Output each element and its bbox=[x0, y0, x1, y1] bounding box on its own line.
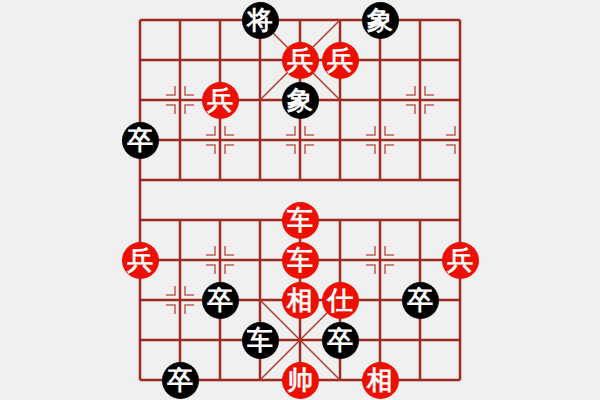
piece-black-pawn[interactable]: 卒 bbox=[202, 282, 239, 319]
piece-red-advisor[interactable]: 仕 bbox=[322, 282, 359, 319]
piece-red-pawn[interactable]: 兵 bbox=[122, 242, 159, 279]
piece-black-elephant[interactable]: 象 bbox=[282, 82, 319, 119]
piece-black-rook[interactable]: 车 bbox=[242, 322, 279, 359]
piece-red-pawn[interactable]: 兵 bbox=[322, 42, 359, 79]
piece-black-pawn[interactable]: 卒 bbox=[122, 122, 159, 159]
piece-red-elephant[interactable]: 相 bbox=[362, 362, 399, 399]
piece-red-pawn[interactable]: 兵 bbox=[282, 42, 319, 79]
xiangqi-board: 将象兵兵兵象卒车兵车兵卒相仕卒车卒卒帅相 bbox=[0, 0, 600, 400]
piece-red-pawn[interactable]: 兵 bbox=[202, 82, 239, 119]
piece-black-pawn[interactable]: 卒 bbox=[162, 362, 199, 399]
piece-black-general[interactable]: 将 bbox=[242, 2, 279, 39]
piece-red-rook[interactable]: 车 bbox=[282, 202, 319, 239]
piece-red-general[interactable]: 帅 bbox=[282, 362, 319, 399]
piece-black-pawn[interactable]: 卒 bbox=[402, 282, 439, 319]
piece-red-elephant[interactable]: 相 bbox=[282, 282, 319, 319]
pieces-layer: 将象兵兵兵象卒车兵车兵卒相仕卒车卒卒帅相 bbox=[120, 0, 480, 400]
piece-red-rook[interactable]: 车 bbox=[282, 242, 319, 279]
piece-black-pawn[interactable]: 卒 bbox=[322, 322, 359, 359]
piece-black-elephant[interactable]: 象 bbox=[362, 2, 399, 39]
piece-red-pawn[interactable]: 兵 bbox=[442, 242, 479, 279]
